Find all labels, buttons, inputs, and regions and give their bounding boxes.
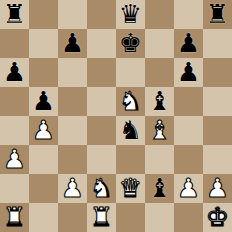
square-e1[interactable] <box>116 203 145 232</box>
black-pawn: ♟ <box>32 87 55 116</box>
square-h1[interactable]: ♚ <box>203 203 232 232</box>
white-pawn: ♟ <box>32 116 55 145</box>
square-d6[interactable] <box>87 58 116 87</box>
square-c2[interactable]: ♟ <box>58 174 87 203</box>
square-h5[interactable] <box>203 87 232 116</box>
square-a4[interactable] <box>0 116 29 145</box>
square-g2[interactable]: ♟ <box>174 174 203 203</box>
square-b4[interactable]: ♟ <box>29 116 58 145</box>
square-d5[interactable] <box>87 87 116 116</box>
black-pawn: ♟ <box>3 58 26 87</box>
white-knight: ♞ <box>119 87 142 116</box>
square-h8[interactable]: ♜ <box>203 0 232 29</box>
white-pawn: ♟ <box>61 174 84 203</box>
square-h7[interactable] <box>203 29 232 58</box>
square-a7[interactable] <box>0 29 29 58</box>
white-pawn: ♟ <box>177 174 200 203</box>
square-b3[interactable] <box>29 145 58 174</box>
square-g5[interactable] <box>174 87 203 116</box>
square-e4[interactable]: ♞ <box>116 116 145 145</box>
square-d7[interactable] <box>87 29 116 58</box>
square-f1[interactable] <box>145 203 174 232</box>
square-g4[interactable] <box>174 116 203 145</box>
square-e7[interactable]: ♚ <box>116 29 145 58</box>
square-c6[interactable] <box>58 58 87 87</box>
black-pawn: ♟ <box>177 29 200 58</box>
square-a5[interactable] <box>0 87 29 116</box>
square-c4[interactable] <box>58 116 87 145</box>
square-b7[interactable] <box>29 29 58 58</box>
square-c8[interactable] <box>58 0 87 29</box>
black-bishop: ♝ <box>148 174 171 203</box>
square-g1[interactable] <box>174 203 203 232</box>
square-a2[interactable] <box>0 174 29 203</box>
square-b8[interactable] <box>29 0 58 29</box>
square-c5[interactable] <box>58 87 87 116</box>
square-a8[interactable]: ♜ <box>0 0 29 29</box>
square-d4[interactable] <box>87 116 116 145</box>
black-bishop: ♝ <box>148 87 171 116</box>
white-queen: ♛ <box>119 174 142 203</box>
square-g6[interactable]: ♟ <box>174 58 203 87</box>
square-h4[interactable] <box>203 116 232 145</box>
white-king: ♚ <box>206 203 229 232</box>
square-d2[interactable]: ♞ <box>87 174 116 203</box>
black-pawn: ♟ <box>177 58 200 87</box>
square-b5[interactable]: ♟ <box>29 87 58 116</box>
square-h3[interactable] <box>203 145 232 174</box>
square-f3[interactable] <box>145 145 174 174</box>
chess-board: ♜♛♜♟♚♟♟♟♟♞♝♟♞♝♟♟♞♛♝♟♟♜♜♚ <box>0 0 232 232</box>
square-a3[interactable]: ♟ <box>0 145 29 174</box>
white-knight: ♞ <box>90 174 113 203</box>
black-king: ♚ <box>119 29 142 58</box>
white-rook: ♜ <box>3 203 26 232</box>
square-a1[interactable]: ♜ <box>0 203 29 232</box>
black-queen: ♛ <box>119 0 142 29</box>
square-e2[interactable]: ♛ <box>116 174 145 203</box>
black-pawn: ♟ <box>61 29 84 58</box>
square-e8[interactable]: ♛ <box>116 0 145 29</box>
square-b6[interactable] <box>29 58 58 87</box>
square-d3[interactable] <box>87 145 116 174</box>
square-b1[interactable] <box>29 203 58 232</box>
square-d1[interactable]: ♜ <box>87 203 116 232</box>
white-pawn: ♟ <box>3 145 26 174</box>
white-bishop: ♝ <box>148 116 171 145</box>
square-c1[interactable] <box>58 203 87 232</box>
square-f7[interactable] <box>145 29 174 58</box>
square-f4[interactable]: ♝ <box>145 116 174 145</box>
square-e3[interactable] <box>116 145 145 174</box>
square-g8[interactable] <box>174 0 203 29</box>
square-h2[interactable]: ♟ <box>203 174 232 203</box>
black-rook: ♜ <box>206 0 229 29</box>
black-knight: ♞ <box>119 116 142 145</box>
white-pawn: ♟ <box>206 174 229 203</box>
square-a6[interactable]: ♟ <box>0 58 29 87</box>
square-g3[interactable] <box>174 145 203 174</box>
square-e5[interactable]: ♞ <box>116 87 145 116</box>
square-c3[interactable] <box>58 145 87 174</box>
square-f2[interactable]: ♝ <box>145 174 174 203</box>
square-h6[interactable] <box>203 58 232 87</box>
black-rook: ♜ <box>3 0 26 29</box>
square-e6[interactable] <box>116 58 145 87</box>
square-d8[interactable] <box>87 0 116 29</box>
white-rook: ♜ <box>90 203 113 232</box>
square-c7[interactable]: ♟ <box>58 29 87 58</box>
square-b2[interactable] <box>29 174 58 203</box>
square-f5[interactable]: ♝ <box>145 87 174 116</box>
square-f6[interactable] <box>145 58 174 87</box>
square-g7[interactable]: ♟ <box>174 29 203 58</box>
square-f8[interactable] <box>145 0 174 29</box>
